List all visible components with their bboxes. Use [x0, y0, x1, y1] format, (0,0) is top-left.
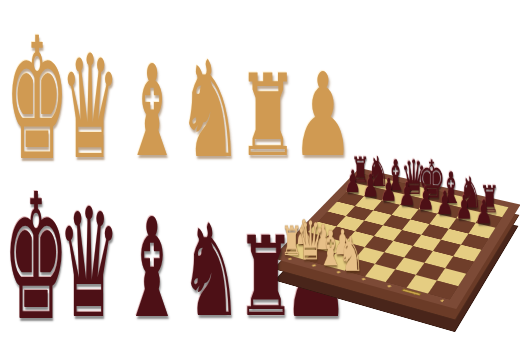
folding-box-board: ♜♞♝♛♚♝♞♜♟♟♟♟♟♟♟♟♟♟♟♜♛♝♞: [272, 168, 520, 309]
chess-set-photo: ♚♛♝♞♜♟ ♚♛♝♞♜♟ ♜♞♝♛♚♝♞♜♟♟♟♟♟♟♟♟♟♟♟♜♛♝♞: [0, 0, 520, 346]
board-piece-black-p: ♟: [380, 174, 397, 206]
dark-k-display-piece: ♚: [3, 171, 69, 345]
dark-q-display-piece: ♛: [58, 189, 120, 340]
board-scene: ♜♞♝♛♚♝♞♜♟♟♟♟♟♟♟♟♟♟♟♜♛♝♞: [308, 136, 496, 324]
light-r-display-piece: ♜: [238, 60, 299, 173]
dark-b-display-piece: ♝: [121, 200, 182, 337]
dark-n-display-piece: ♞: [180, 208, 243, 335]
light-q-display-piece: ♛: [61, 36, 120, 179]
board-piece-black-p: ♟: [475, 195, 493, 228]
light-k-display-piece: ♚: [5, 15, 69, 184]
board-piece-black-p: ♟: [344, 166, 361, 197]
board-piece-black-p: ♟: [362, 170, 379, 201]
board-piece-black-p: ♟: [398, 178, 415, 210]
light-b-display-piece: ♝: [124, 49, 180, 175]
board-piece-black-p: ♟: [417, 182, 434, 214]
board-piece-black-p: ♟: [455, 191, 473, 224]
light-n-display-piece: ♞: [177, 44, 243, 177]
board-piece-white-n: ♞: [338, 231, 364, 279]
board-piece-black-p: ♟: [436, 187, 453, 219]
